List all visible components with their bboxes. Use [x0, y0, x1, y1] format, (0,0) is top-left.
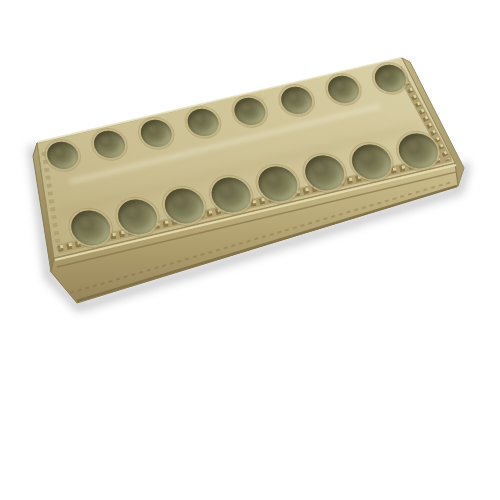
pit-r0c5[interactable]	[276, 83, 315, 116]
pit-r1c1[interactable]	[112, 195, 161, 237]
pit-r0c3[interactable]	[183, 105, 222, 138]
pit-r1c0[interactable]	[65, 206, 114, 248]
pit-r1c4[interactable]	[252, 162, 301, 204]
pit-r1c5[interactable]	[299, 151, 348, 193]
pit-r0c7[interactable]	[370, 61, 409, 94]
pit-r0c0[interactable]	[42, 138, 81, 171]
pit-r0c6[interactable]	[323, 72, 362, 105]
pit-r0c2[interactable]	[136, 116, 175, 149]
pit-r0c1[interactable]	[89, 127, 128, 160]
pit-r0c4[interactable]	[230, 94, 269, 127]
pit-r1c3[interactable]	[206, 173, 255, 215]
pit-r1c2[interactable]	[159, 184, 208, 226]
pit-r1c7[interactable]	[393, 129, 442, 171]
pit-r1c6[interactable]	[346, 140, 395, 182]
board-photo	[0, 0, 500, 500]
